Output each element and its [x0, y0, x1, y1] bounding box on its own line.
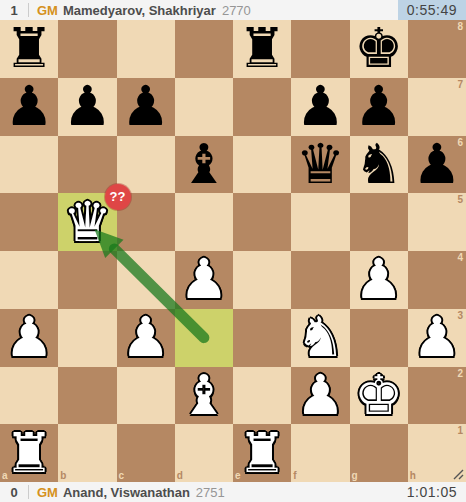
black-pawn[interactable]: ♟	[0, 78, 58, 136]
square-g7[interactable]: ♟	[350, 78, 408, 136]
square-h3[interactable]: 3♟	[408, 309, 466, 367]
rank-label-8: 8	[457, 21, 463, 32]
square-d3[interactable]	[175, 309, 233, 367]
game-screen: 1 GM Mamedyarov, Shakhriyar 2770 0:55:49…	[0, 0, 466, 502]
square-g8[interactable]: ♚	[350, 20, 408, 78]
black-knight[interactable]: ♞	[350, 136, 408, 194]
square-d1[interactable]: d	[175, 424, 233, 482]
bottom-player-title: GM	[37, 485, 58, 500]
top-player-clock: 0:55:49	[398, 0, 466, 20]
square-f6[interactable]: ♛	[291, 136, 349, 194]
square-b2[interactable]	[58, 367, 116, 425]
square-f3[interactable]: ♞	[291, 309, 349, 367]
black-queen[interactable]: ♛	[291, 136, 349, 194]
white-bishop[interactable]: ♝	[175, 367, 233, 425]
square-a4[interactable]	[0, 251, 58, 309]
black-king[interactable]: ♚	[350, 20, 408, 78]
board-resize-handle[interactable]	[453, 469, 464, 480]
square-h4[interactable]: 4	[408, 251, 466, 309]
square-d6[interactable]: ♝	[175, 136, 233, 194]
white-king[interactable]: ♚	[350, 367, 408, 425]
black-pawn[interactable]: ♟	[291, 78, 349, 136]
white-rook[interactable]: ♜	[0, 424, 58, 482]
square-e3[interactable]	[233, 309, 291, 367]
black-rook[interactable]: ♜	[233, 20, 291, 78]
square-f5[interactable]	[291, 193, 349, 251]
square-g6[interactable]: ♞	[350, 136, 408, 194]
bottom-player-score: 0	[0, 485, 28, 500]
white-pawn[interactable]: ♟	[0, 309, 58, 367]
bar-divider	[28, 485, 29, 499]
square-g2[interactable]: ♚	[350, 367, 408, 425]
rank-label-7: 7	[457, 79, 463, 90]
square-a6[interactable]	[0, 136, 58, 194]
white-rook[interactable]: ♜	[233, 424, 291, 482]
square-h2[interactable]: 2	[408, 367, 466, 425]
square-d4[interactable]: ♟	[175, 251, 233, 309]
square-h5[interactable]: 5	[408, 193, 466, 251]
board-grid: ♜♜♚8♟♟♟♟♟7♝♛♞6♟♛5♟♟4♟♟♞3♟♝♟♚2a♜bcde♜fgh1	[0, 20, 466, 482]
square-e8[interactable]: ♜	[233, 20, 291, 78]
square-h6[interactable]: 6♟	[408, 136, 466, 194]
square-h7[interactable]: 7	[408, 78, 466, 136]
square-e6[interactable]	[233, 136, 291, 194]
top-player-title: GM	[37, 3, 58, 18]
blunder-badge: ??	[105, 184, 131, 210]
white-knight[interactable]: ♞	[291, 309, 349, 367]
black-rook[interactable]: ♜	[0, 20, 58, 78]
square-f8[interactable]	[291, 20, 349, 78]
square-b4[interactable]	[58, 251, 116, 309]
square-b6[interactable]	[58, 136, 116, 194]
top-player-rating: 2770	[222, 3, 251, 18]
file-label-h: h	[410, 470, 416, 481]
top-player-score: 1	[0, 3, 28, 18]
square-c8[interactable]	[117, 20, 175, 78]
rank-label-4: 4	[457, 252, 463, 263]
file-label-f: f	[293, 470, 296, 481]
square-b8[interactable]	[58, 20, 116, 78]
square-b3[interactable]	[58, 309, 116, 367]
square-c7[interactable]: ♟	[117, 78, 175, 136]
black-pawn[interactable]: ♟	[58, 78, 116, 136]
square-e5[interactable]	[233, 193, 291, 251]
square-g1[interactable]: g	[350, 424, 408, 482]
square-d5[interactable]	[175, 193, 233, 251]
chess-board: ♜♜♚8♟♟♟♟♟7♝♛♞6♟♛5♟♟4♟♟♞3♟♝♟♚2a♜bcde♜fgh1…	[0, 20, 466, 482]
white-pawn[interactable]: ♟	[408, 309, 466, 367]
square-f4[interactable]	[291, 251, 349, 309]
square-d2[interactable]: ♝	[175, 367, 233, 425]
square-f7[interactable]: ♟	[291, 78, 349, 136]
file-label-c: c	[119, 470, 125, 481]
file-label-g: g	[352, 470, 358, 481]
black-pawn[interactable]: ♟	[408, 136, 466, 194]
black-bishop[interactable]: ♝	[175, 136, 233, 194]
square-c2[interactable]	[117, 367, 175, 425]
rank-label-2: 2	[457, 368, 463, 379]
square-c3[interactable]: ♟	[117, 309, 175, 367]
square-c4[interactable]	[117, 251, 175, 309]
square-c1[interactable]: c	[117, 424, 175, 482]
bottom-player-name[interactable]: Anand, Viswanathan	[63, 485, 190, 500]
square-f2[interactable]: ♟	[291, 367, 349, 425]
black-pawn[interactable]: ♟	[117, 78, 175, 136]
rank-label-1: 1	[457, 425, 463, 436]
square-g5[interactable]	[350, 193, 408, 251]
square-d8[interactable]	[175, 20, 233, 78]
square-a1[interactable]: a♜	[0, 424, 58, 482]
square-e4[interactable]	[233, 251, 291, 309]
bar-divider	[28, 3, 29, 17]
file-label-b: b	[60, 470, 66, 481]
white-pawn[interactable]: ♟	[350, 251, 408, 309]
rank-label-5: 5	[457, 194, 463, 205]
white-pawn[interactable]: ♟	[291, 367, 349, 425]
square-a7[interactable]: ♟	[0, 78, 58, 136]
square-d7[interactable]	[175, 78, 233, 136]
player-bar-bottom: 0 GM Anand, Viswanathan 2751 1:01:05	[0, 482, 466, 502]
square-b7[interactable]: ♟	[58, 78, 116, 136]
square-e2[interactable]	[233, 367, 291, 425]
square-c6[interactable]	[117, 136, 175, 194]
square-b1[interactable]: b	[58, 424, 116, 482]
bottom-player-rating: 2751	[196, 485, 225, 500]
bottom-player-clock: 1:01:05	[398, 482, 466, 502]
white-pawn[interactable]: ♟	[117, 309, 175, 367]
square-g4[interactable]: ♟	[350, 251, 408, 309]
white-pawn[interactable]: ♟	[175, 251, 233, 309]
top-player-name[interactable]: Mamedyarov, Shakhriyar	[63, 3, 216, 18]
square-a8[interactable]: ♜	[0, 20, 58, 78]
square-f1[interactable]: f	[291, 424, 349, 482]
square-e7[interactable]	[233, 78, 291, 136]
square-e1[interactable]: e♜	[233, 424, 291, 482]
square-g3[interactable]	[350, 309, 408, 367]
black-pawn[interactable]: ♟	[350, 78, 408, 136]
square-a5[interactable]	[0, 193, 58, 251]
square-h8[interactable]: 8	[408, 20, 466, 78]
file-label-d: d	[177, 470, 183, 481]
square-a2[interactable]	[0, 367, 58, 425]
square-a3[interactable]: ♟	[0, 309, 58, 367]
